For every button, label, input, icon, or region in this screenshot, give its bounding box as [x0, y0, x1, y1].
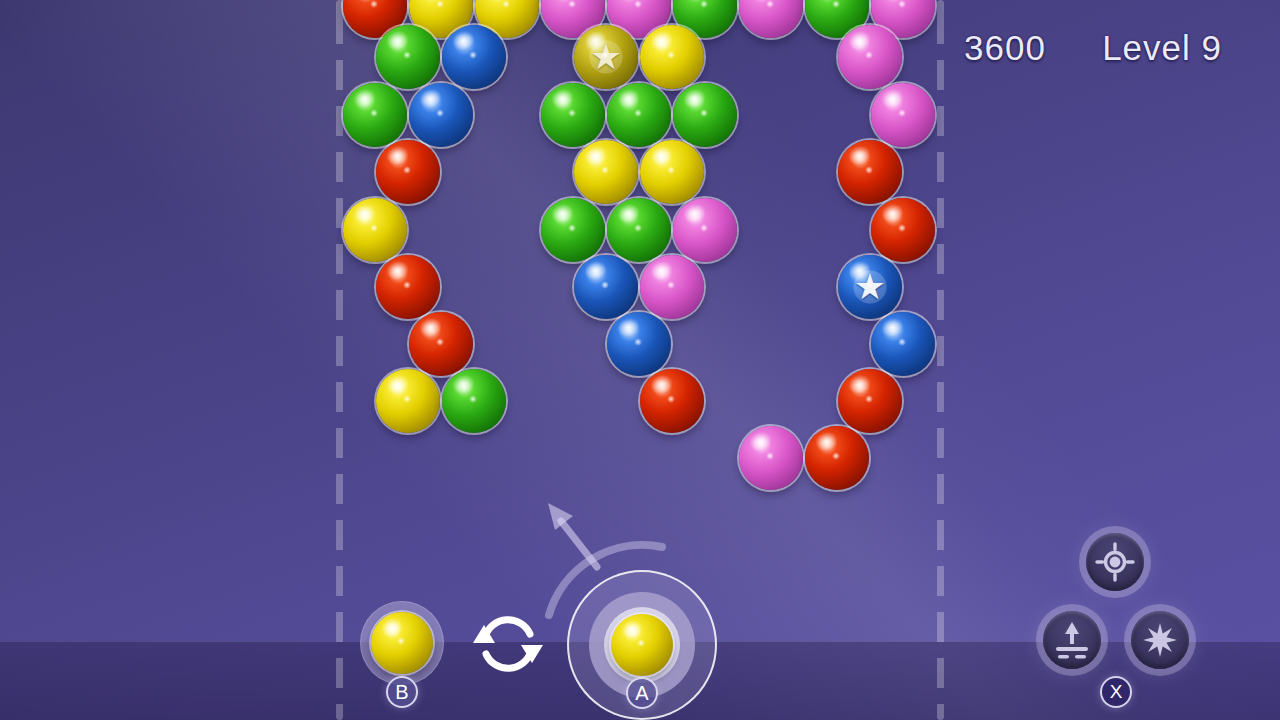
- bubble-blue: [409, 83, 473, 147]
- playfield-left-boundary: [336, 0, 343, 720]
- bubble-red: [838, 369, 902, 433]
- bubble-pink: [673, 198, 737, 262]
- bubble-green: [442, 369, 506, 433]
- bubble-red: [805, 426, 869, 490]
- bubble-red: [376, 140, 440, 204]
- bubble-green: [541, 198, 605, 262]
- bubble-yellow: [640, 25, 704, 89]
- bubble-red: [838, 140, 902, 204]
- bubble-yellow: [574, 140, 638, 204]
- score-value: 3600: [940, 28, 1070, 68]
- bubble-star-blue: ★: [838, 255, 902, 319]
- burst-icon: [1138, 618, 1182, 662]
- bubble-red: [640, 369, 704, 433]
- bubble-pink: [838, 25, 902, 89]
- bubble-star-yellow: ★: [574, 25, 638, 89]
- bubble-green: [541, 83, 605, 147]
- bubble-green: [343, 83, 407, 147]
- bubble-yellow: [343, 198, 407, 262]
- bubble-green: [607, 198, 671, 262]
- swap-arc-bottom: [486, 651, 531, 668]
- next-bubble-badge: B: [386, 676, 418, 708]
- swap-bubbles-button[interactable]: [473, 609, 543, 679]
- bubble-yellow: [640, 140, 704, 204]
- game-stage: ★★ 3600 Level 9 A B: [0, 0, 1280, 720]
- bubble-pink: [871, 83, 935, 147]
- bubble-red: [409, 312, 473, 376]
- crosshair-icon: [1093, 540, 1137, 584]
- powerup-close-button[interactable]: X: [1100, 676, 1132, 708]
- aim-powerup-button[interactable]: [1086, 533, 1144, 591]
- bubble-green: [376, 25, 440, 89]
- star-icon: ★: [847, 264, 893, 310]
- playfield-right-boundary: [937, 0, 944, 720]
- bubble-blue: [871, 312, 935, 376]
- bubble-blue: [442, 25, 506, 89]
- level-label: Level 9: [1080, 28, 1226, 68]
- star-icon: ★: [583, 34, 629, 80]
- bubble-pink: [739, 426, 803, 490]
- bubble-red: [871, 198, 935, 262]
- bubble-blue: [574, 255, 638, 319]
- current-bubble-badge: A: [626, 677, 658, 709]
- bubble-red: [376, 255, 440, 319]
- bubble-pink: [640, 255, 704, 319]
- bomb-powerup-button[interactable]: [1131, 611, 1189, 669]
- bubble-green: [607, 83, 671, 147]
- arrow-over-line-icon: [1050, 618, 1094, 662]
- shooter-current-bubble[interactable]: [611, 614, 673, 676]
- bubble-blue: [607, 312, 671, 376]
- guide-powerup-button[interactable]: [1043, 611, 1101, 669]
- bubble-green: [673, 83, 737, 147]
- bubble-yellow: [376, 369, 440, 433]
- shooter-next-bubble[interactable]: [371, 612, 433, 674]
- swap-arc-top: [485, 620, 530, 637]
